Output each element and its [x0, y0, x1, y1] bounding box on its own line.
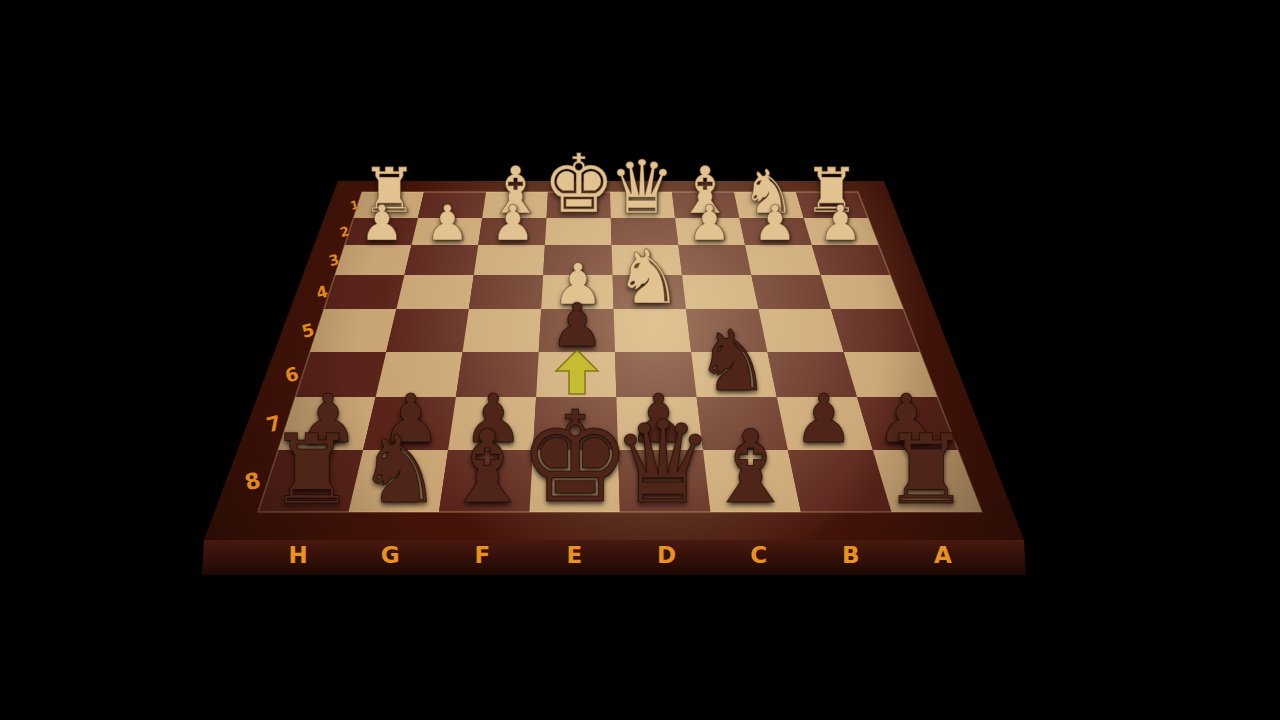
piece-black-knight-c6[interactable]: ♞ [695, 319, 770, 403]
piece-black-king-e8[interactable]: ♚ [519, 395, 632, 521]
piece-black-rook-h8[interactable]: ♜ [269, 421, 355, 517]
piece-black-pawn-e5[interactable]: ♟ [550, 295, 604, 355]
piece-black-bishop-c8[interactable]: ♝ [705, 417, 796, 518]
piece-black-bishop-f8[interactable]: ♝ [442, 417, 533, 518]
piece-black-rook-a8[interactable]: ♜ [883, 421, 969, 517]
piece-black-knight-g8[interactable]: ♞ [358, 423, 442, 517]
last-move-arrow [0, 0, 1280, 720]
piece-black-pawn-b7[interactable]: ♟ [794, 386, 854, 453]
chess-app-window: 12345678HGFEDCBA ♜♝♛♚♝♞♜♟♟♟♟♟♟♞♟♞♟♟♟♟♟♟♟… [0, 0, 1280, 720]
